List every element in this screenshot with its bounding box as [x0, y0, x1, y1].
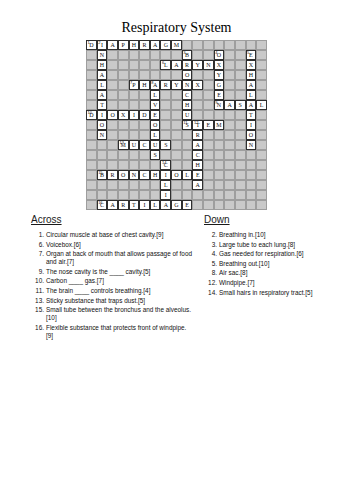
clue-item-number: 9.: [31, 268, 46, 276]
letter-cell[interactable]: S: [235, 100, 246, 110]
letter-cell[interactable]: D: [139, 110, 150, 120]
block-cell: [203, 50, 214, 60]
cell-letter: E: [249, 52, 253, 58]
block-cell: [160, 50, 171, 60]
clue-number: 10: [88, 111, 92, 115]
block-cell: [118, 160, 129, 170]
letter-cell[interactable]: 16C: [97, 200, 108, 210]
block-cell: [246, 160, 257, 170]
cell-letter: H: [142, 82, 146, 88]
letter-cell[interactable]: A: [107, 200, 118, 210]
letter-cell[interactable]: 8A: [150, 80, 161, 90]
letter-cell[interactable]: P: [118, 40, 129, 50]
block-cell: [97, 140, 108, 150]
letter-cell[interactable]: A: [192, 140, 203, 150]
block-cell: [214, 170, 225, 180]
block-cell: [160, 110, 171, 120]
block-cell: [256, 160, 267, 170]
down-heading: Down: [204, 214, 346, 225]
block-cell: [235, 120, 246, 130]
block-cell: [246, 180, 257, 190]
letter-cell[interactable]: X: [118, 110, 129, 120]
cell-letter: N: [100, 132, 104, 138]
letter-cell[interactable]: L: [150, 90, 161, 100]
letter-cell[interactable]: G: [171, 200, 182, 210]
cell-letter: L: [153, 92, 157, 98]
block-cell: [129, 160, 140, 170]
letter-cell[interactable]: 15B: [97, 170, 108, 180]
block-cell: [107, 60, 118, 70]
block-cell: [97, 160, 108, 170]
letter-cell[interactable]: L: [182, 170, 193, 180]
block-cell: [214, 190, 225, 200]
block-cell: [235, 50, 246, 60]
block-cell: [118, 130, 129, 140]
clue-item: 10.Carbon ____ gas.[7]: [31, 277, 193, 285]
cell-letter: P: [132, 82, 135, 88]
block-cell: [97, 150, 108, 160]
block-cell: [86, 60, 97, 70]
block-cell: [107, 80, 118, 90]
letter-cell[interactable]: I: [160, 190, 171, 200]
block-cell: [182, 190, 193, 200]
cell-letter: G: [217, 82, 221, 88]
clue-number: 5: [247, 51, 249, 55]
clue-item: 15.Small tube between the bronchus and t…: [31, 306, 193, 322]
letter-cell[interactable]: A: [192, 180, 203, 190]
letter-cell[interactable]: U: [129, 140, 140, 150]
block-cell: [256, 40, 267, 50]
block-cell: [235, 150, 246, 160]
letter-cell[interactable]: C: [139, 170, 150, 180]
letter-cell[interactable]: A: [224, 100, 235, 110]
cell-letter: G: [164, 42, 168, 48]
cell-letter: Y: [196, 62, 200, 68]
block-cell: [224, 160, 235, 170]
clue-item-text: Large tube to each lung.[8]: [219, 241, 346, 249]
cell-letter: D: [142, 112, 146, 118]
letter-cell[interactable]: A: [97, 90, 108, 100]
block-cell: [139, 190, 150, 200]
block-cell: [224, 150, 235, 160]
letter-cell[interactable]: I: [160, 170, 171, 180]
letter-cell[interactable]: 2I: [97, 40, 108, 50]
block-cell: [246, 170, 257, 180]
cell-letter: A: [164, 202, 168, 208]
letter-cell[interactable]: R: [107, 170, 118, 180]
clue-item-number: 13.: [31, 297, 46, 305]
block-cell: [86, 130, 97, 140]
clue-item-text: The brain ____ controls breathing.[4]: [46, 287, 193, 295]
clue-item-text: Small hairs in respiratory tract.[5]: [219, 289, 346, 297]
block-cell: [192, 100, 203, 110]
letter-cell[interactable]: T: [129, 200, 140, 210]
clue-number: 2: [98, 41, 100, 45]
letter-cell[interactable]: 5E: [246, 50, 257, 60]
block-cell: [86, 140, 97, 150]
block-cell: [192, 110, 203, 120]
clue-number: 15: [98, 171, 102, 175]
block-cell: [160, 90, 171, 100]
clue-item: 6.Voicebox.[6]: [31, 241, 193, 249]
letter-cell[interactable]: O: [118, 170, 129, 180]
block-cell: [129, 90, 140, 100]
letter-cell[interactable]: M: [214, 120, 225, 130]
block-cell: [139, 100, 150, 110]
cell-letter: U: [132, 142, 136, 148]
block-cell: [256, 170, 267, 180]
clue-number: 16: [98, 201, 102, 205]
block-cell: [160, 70, 171, 80]
cell-letter: C: [185, 92, 189, 98]
block-cell: [224, 120, 235, 130]
block-cell: [224, 110, 235, 120]
block-cell: [129, 50, 140, 60]
letter-cell[interactable]: L: [150, 130, 161, 140]
cell-letter: C: [143, 172, 147, 178]
letter-cell[interactable]: O: [97, 120, 108, 130]
block-cell: [235, 110, 246, 120]
block-cell: [214, 40, 225, 50]
clue-item-text: Organ at back of mouth that allows passa…: [46, 250, 193, 266]
letter-cell[interactable]: R: [182, 60, 193, 70]
block-cell: [160, 130, 171, 140]
letter-cell[interactable]: O: [171, 170, 182, 180]
block-cell: [86, 50, 97, 60]
letter-cell[interactable]: I: [246, 120, 257, 130]
letter-cell[interactable]: 11S: [182, 120, 193, 130]
letter-cell[interactable]: O: [246, 130, 257, 140]
clue-item-number: 6.: [31, 241, 46, 249]
cell-letter: I: [165, 172, 167, 178]
letter-cell[interactable]: H: [129, 40, 140, 50]
block-cell: [160, 100, 171, 110]
letter-cell[interactable]: H: [139, 80, 150, 90]
letter-cell[interactable]: U: [150, 140, 161, 150]
block-cell: [235, 160, 246, 170]
letter-cell[interactable]: N: [246, 140, 257, 150]
cell-letter: C: [196, 152, 200, 158]
clue-item-text: Voicebox.[6]: [46, 241, 193, 249]
block-cell: [171, 120, 182, 130]
letter-cell[interactable]: 4O: [214, 50, 225, 60]
cell-letter: T: [249, 112, 253, 118]
cell-letter: H: [153, 172, 157, 178]
letter-cell[interactable]: 1D: [86, 40, 97, 50]
clue-item: 11.The brain ____ controls breathing.[4]: [31, 287, 193, 295]
letter-cell[interactable]: L: [150, 200, 161, 210]
block-cell: [203, 160, 214, 170]
clue-item-text: Windpipe.[7]: [219, 279, 346, 287]
block-cell: [214, 160, 225, 170]
clue-item-number: 1.: [31, 231, 46, 239]
clue-item-number: 11.: [31, 287, 46, 295]
down-clues-section: Down 2.Breathing in.[10]3.Large tube to …: [204, 214, 346, 298]
clue-number: 14: [162, 161, 166, 165]
cell-letter: A: [249, 82, 253, 88]
clue-number: 1: [88, 41, 90, 45]
block-cell: [256, 190, 267, 200]
clue-item-text: Carbon ____ gas.[7]: [46, 277, 193, 285]
block-cell: [192, 40, 203, 50]
letter-cell[interactable]: N: [129, 170, 140, 180]
block-cell: [224, 170, 235, 180]
block-cell: [86, 120, 97, 130]
block-cell: [224, 50, 235, 60]
block-cell: [171, 50, 182, 60]
block-cell: [139, 90, 150, 100]
letter-cell[interactable]: A: [246, 100, 257, 110]
letter-cell[interactable]: N: [203, 60, 214, 70]
block-cell: [97, 180, 108, 190]
cell-letter: G: [174, 202, 178, 208]
block-cell: [150, 160, 161, 170]
letter-cell[interactable]: X: [214, 60, 225, 70]
cell-letter: A: [196, 142, 200, 148]
letter-cell[interactable]: O: [182, 70, 193, 80]
letter-cell[interactable]: E: [203, 120, 214, 130]
letter-cell[interactable]: R: [192, 130, 203, 140]
cell-letter: A: [249, 102, 253, 108]
cell-letter: X: [121, 112, 125, 118]
letter-cell[interactable]: C: [192, 150, 203, 160]
cell-letter: R: [111, 172, 115, 178]
cell-letter: L: [164, 62, 168, 68]
letter-cell[interactable]: 7P: [129, 80, 140, 90]
clue-item-number: 7.: [31, 250, 46, 258]
block-cell: [86, 100, 97, 110]
block-cell: [214, 150, 225, 160]
clue-item: 16.Flexible substance that protects fron…: [31, 324, 193, 340]
letter-cell[interactable]: E: [182, 200, 193, 210]
letter-cell[interactable]: I: [129, 110, 140, 120]
clue-item: 12.Windpipe.[7]: [204, 279, 346, 287]
cell-letter: H: [100, 62, 104, 68]
block-cell: [182, 130, 193, 140]
clue-item-number: 12.: [204, 279, 219, 287]
block-cell: [118, 100, 129, 110]
letter-cell[interactable]: 3B: [182, 50, 193, 60]
block-cell: [256, 60, 267, 70]
block-cell: [235, 130, 246, 140]
letter-cell[interactable]: H: [182, 100, 193, 110]
letter-cell[interactable]: Y: [171, 80, 182, 90]
letter-cell[interactable]: R: [118, 200, 129, 210]
cell-letter: R: [164, 82, 168, 88]
cell-letter: E: [207, 122, 211, 128]
clue-number: 11: [183, 121, 187, 125]
clue-item-number: 8.: [204, 269, 219, 277]
cell-letter: N: [249, 142, 253, 148]
letter-cell[interactable]: S: [150, 150, 161, 160]
cell-letter: Y: [217, 72, 221, 78]
letter-cell[interactable]: X: [246, 60, 257, 70]
letter-cell[interactable]: T: [97, 100, 108, 110]
letter-cell[interactable]: E: [214, 90, 225, 100]
cell-letter: A: [196, 182, 200, 188]
block-cell: [97, 190, 108, 200]
clue-number: 7: [130, 81, 132, 85]
cell-letter: O: [185, 72, 189, 78]
letter-cell[interactable]: X: [192, 80, 203, 90]
block-cell: [171, 90, 182, 100]
letter-cell[interactable]: 12T: [192, 120, 203, 130]
block-cell: [182, 160, 193, 170]
cell-letter: S: [153, 152, 156, 158]
cell-letter: S: [164, 142, 167, 148]
letter-cell[interactable]: I: [97, 110, 108, 120]
block-cell: [256, 200, 267, 210]
cell-letter: I: [101, 42, 103, 48]
block-cell: [203, 150, 214, 160]
cell-letter: A: [227, 102, 231, 108]
clue-item: 14.Small hairs in respiratory tract.[5]: [204, 289, 346, 297]
cell-letter: N: [206, 62, 210, 68]
letter-cell[interactable]: N: [97, 130, 108, 140]
cell-letter: L: [185, 172, 189, 178]
block-cell: [235, 140, 246, 150]
letter-cell[interactable]: R: [139, 40, 150, 50]
letter-cell[interactable]: A: [160, 200, 171, 210]
block-cell: [256, 150, 267, 160]
clue-item-text: Breathing in.[10]: [219, 231, 346, 239]
clue-number: 6: [162, 61, 164, 65]
letter-cell[interactable]: A: [97, 70, 108, 80]
letter-cell[interactable]: S: [160, 140, 171, 150]
block-cell: [150, 70, 161, 80]
block-cell: [107, 70, 118, 80]
letter-cell[interactable]: H: [150, 170, 161, 180]
letter-cell[interactable]: U: [182, 110, 193, 120]
page-title: Respiratory System: [0, 20, 353, 36]
block-cell: [171, 150, 182, 160]
letter-cell[interactable]: A: [246, 80, 257, 90]
block-cell: [192, 190, 203, 200]
block-cell: [224, 70, 235, 80]
clue-item-text: Air sac.[8]: [219, 269, 346, 277]
clue-number: 3: [183, 51, 185, 55]
block-cell: [171, 110, 182, 120]
letter-cell[interactable]: E: [150, 110, 161, 120]
clue-item: 9.The nose cavity is the ____ cavity.[5]: [31, 268, 193, 276]
letter-cell[interactable]: H: [246, 70, 257, 80]
letter-cell[interactable]: E: [192, 170, 203, 180]
cell-letter: L: [164, 182, 168, 188]
block-cell: [139, 160, 150, 170]
letter-cell[interactable]: A: [171, 60, 182, 70]
block-cell: [139, 130, 150, 140]
down-list: 2.Breathing in.[10]3.Large tube to each …: [204, 231, 346, 297]
block-cell: [129, 100, 140, 110]
block-cell: [224, 190, 235, 200]
block-cell: [139, 70, 150, 80]
letter-cell[interactable]: Y: [214, 70, 225, 80]
letter-cell[interactable]: L: [97, 80, 108, 90]
letter-cell[interactable]: V: [150, 100, 161, 110]
letter-cell[interactable]: N: [97, 50, 108, 60]
clue-item-number: 5.: [204, 260, 219, 268]
letter-cell[interactable]: H: [192, 160, 203, 170]
letter-cell[interactable]: M: [171, 40, 182, 50]
block-cell: [160, 120, 171, 130]
letter-cell[interactable]: R: [160, 80, 171, 90]
cell-letter: I: [133, 112, 135, 118]
letter-cell[interactable]: C: [182, 90, 193, 100]
block-cell: [139, 150, 150, 160]
block-cell: [246, 200, 257, 210]
letter-cell[interactable]: T: [246, 110, 257, 120]
cell-letter: R: [143, 42, 147, 48]
cell-letter: L: [260, 102, 264, 108]
clue-item: 2.Breathing in.[10]: [204, 231, 346, 239]
letter-cell[interactable]: C: [139, 140, 150, 150]
block-cell: [203, 40, 214, 50]
block-cell: [214, 110, 225, 120]
cell-letter: H: [185, 102, 189, 108]
clue-item-number: 2.: [204, 231, 219, 239]
letter-cell[interactable]: Y: [192, 60, 203, 70]
cell-letter: I: [101, 112, 103, 118]
block-cell: [203, 140, 214, 150]
clue-item-text: Sticky substance that traps dust.[5]: [46, 297, 193, 305]
clue-item-text: Flexible substance that protects front o…: [46, 324, 193, 340]
across-list: 1.Circular muscle at base of chest cavit…: [31, 231, 193, 340]
cell-letter: I: [144, 202, 146, 208]
cell-letter: L: [249, 92, 253, 98]
letter-cell[interactable]: G: [214, 80, 225, 90]
letter-cell[interactable]: H: [97, 60, 108, 70]
letter-cell[interactable]: A: [107, 40, 118, 50]
block-cell: [150, 50, 161, 60]
letter-cell[interactable]: 9N: [214, 100, 225, 110]
letter-cell[interactable]: O: [107, 110, 118, 120]
letter-cell[interactable]: O: [150, 120, 161, 130]
cell-letter: O: [249, 132, 253, 138]
block-cell: [203, 170, 214, 180]
letter-cell[interactable]: N: [182, 80, 193, 90]
letter-cell[interactable]: L: [256, 100, 267, 110]
letter-cell[interactable]: 10D: [86, 110, 97, 120]
cell-letter: I: [165, 192, 167, 198]
block-cell: [256, 110, 267, 120]
block-cell: [107, 180, 118, 190]
block-cell: [139, 180, 150, 190]
block-cell: [256, 130, 267, 140]
cell-letter: L: [153, 132, 157, 138]
block-cell: [224, 80, 235, 90]
block-cell: [224, 180, 235, 190]
letter-cell[interactable]: I: [139, 200, 150, 210]
cell-letter: X: [249, 62, 253, 68]
block-cell: [246, 190, 257, 200]
letter-cell[interactable]: 6L: [160, 60, 171, 70]
block-cell: [171, 160, 182, 170]
cell-letter: T: [132, 202, 136, 208]
cell-letter: S: [239, 102, 242, 108]
letter-cell[interactable]: 13M: [118, 140, 129, 150]
letter-cell[interactable]: L: [160, 180, 171, 190]
letter-cell[interactable]: 14C: [160, 160, 171, 170]
cell-letter: H: [132, 42, 136, 48]
block-cell: [160, 150, 171, 160]
letter-cell[interactable]: G: [160, 40, 171, 50]
block-cell: [107, 130, 118, 140]
cell-letter: A: [153, 42, 157, 48]
block-cell: [246, 150, 257, 160]
cell-letter: A: [174, 62, 178, 68]
letter-cell[interactable]: L: [246, 90, 257, 100]
letter-cell[interactable]: A: [150, 40, 161, 50]
